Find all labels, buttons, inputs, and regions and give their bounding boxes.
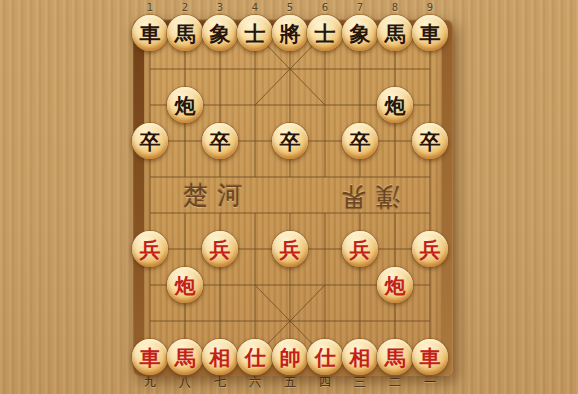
piece-black-advisor[interactable]: 士 [307,15,343,51]
piece-black-soldier[interactable]: 卒 [342,123,378,159]
bottom-col-label-4: 六 [244,374,266,391]
piece-black-soldier[interactable]: 卒 [132,123,168,159]
piece-red-horse[interactable]: 馬 [167,339,203,375]
bottom-col-label-8: 二 [384,374,406,391]
piece-black-elephant[interactable]: 象 [342,15,378,51]
piece-black-chariot[interactable]: 車 [412,15,448,51]
piece-black-horse[interactable]: 馬 [377,15,413,51]
river-label-han-jie: 漢界 [332,182,400,210]
piece-red-chariot[interactable]: 車 [412,339,448,375]
piece-black-elephant[interactable]: 象 [202,15,238,51]
piece-black-cannon[interactable]: 炮 [167,87,203,123]
piece-black-advisor[interactable]: 士 [237,15,273,51]
piece-red-soldier[interactable]: 兵 [202,231,238,267]
piece-red-advisor[interactable]: 仕 [307,339,343,375]
piece-red-soldier[interactable]: 兵 [342,231,378,267]
river-label-chu-he: 楚河 [183,182,251,210]
bottom-col-label-9: 一 [419,374,441,391]
top-col-label-3: 3 [210,2,230,13]
piece-red-soldier[interactable]: 兵 [272,231,308,267]
piece-red-cannon[interactable]: 炮 [167,267,203,303]
bottom-col-label-3: 七 [209,374,231,391]
bottom-col-label-5: 五 [279,374,301,391]
bottom-col-label-2: 八 [174,374,196,391]
top-col-label-6: 6 [315,2,335,13]
bottom-col-label-1: 九 [139,374,161,391]
piece-red-general[interactable]: 帥 [272,339,308,375]
piece-black-general[interactable]: 將 [272,15,308,51]
piece-black-cannon[interactable]: 炮 [377,87,413,123]
piece-red-cannon[interactable]: 炮 [377,267,413,303]
top-col-label-8: 8 [385,2,405,13]
piece-black-soldier[interactable]: 卒 [202,123,238,159]
piece-black-horse[interactable]: 馬 [167,15,203,51]
piece-red-horse[interactable]: 馬 [377,339,413,375]
piece-red-soldier[interactable]: 兵 [412,231,448,267]
top-col-label-2: 2 [175,2,195,13]
bottom-col-label-7: 三 [349,374,371,391]
piece-black-soldier[interactable]: 卒 [412,123,448,159]
piece-black-chariot[interactable]: 車 [132,15,168,51]
top-col-label-1: 1 [140,2,160,13]
xiangqi-app: 楚河 漢界 123456789九八七六五四三二一 車馬象士將士象馬車炮炮卒卒卒卒… [0,0,578,394]
piece-red-soldier[interactable]: 兵 [132,231,168,267]
piece-red-chariot[interactable]: 車 [132,339,168,375]
piece-red-advisor[interactable]: 仕 [237,339,273,375]
top-col-label-5: 5 [280,2,300,13]
piece-black-soldier[interactable]: 卒 [272,123,308,159]
top-col-label-7: 7 [350,2,370,13]
bottom-col-label-6: 四 [314,374,336,391]
piece-red-elephant[interactable]: 相 [202,339,238,375]
top-col-label-4: 4 [245,2,265,13]
top-col-label-9: 9 [420,2,440,13]
piece-red-elephant[interactable]: 相 [342,339,378,375]
